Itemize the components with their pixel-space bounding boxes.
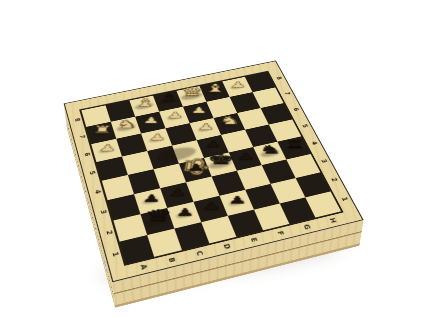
white-pawn-glyph: ♟ <box>141 133 173 142</box>
white-pawn-glyph: ♟ <box>91 143 124 152</box>
chess-box: ABCDEFGH1234567812345678 ♝♛♝♟♜♞♟♟♟♟♟♟♞♚♝… <box>64 61 364 283</box>
white-rook-glyph: ♜ <box>86 125 118 135</box>
product-photo: ABCDEFGH1234567812345678 ♝♛♝♟♜♞♟♟♟♟♟♟♞♚♝… <box>0 0 423 318</box>
black-pawn-glyph: ♟ <box>198 139 230 148</box>
scene: ABCDEFGH1234567812345678 ♝♛♝♟♜♞♟♟♟♟♟♟♞♚♝… <box>0 0 423 318</box>
white-bishop-glyph: ♝ <box>130 97 161 108</box>
white-pawn-glyph: ♟ <box>191 122 222 131</box>
